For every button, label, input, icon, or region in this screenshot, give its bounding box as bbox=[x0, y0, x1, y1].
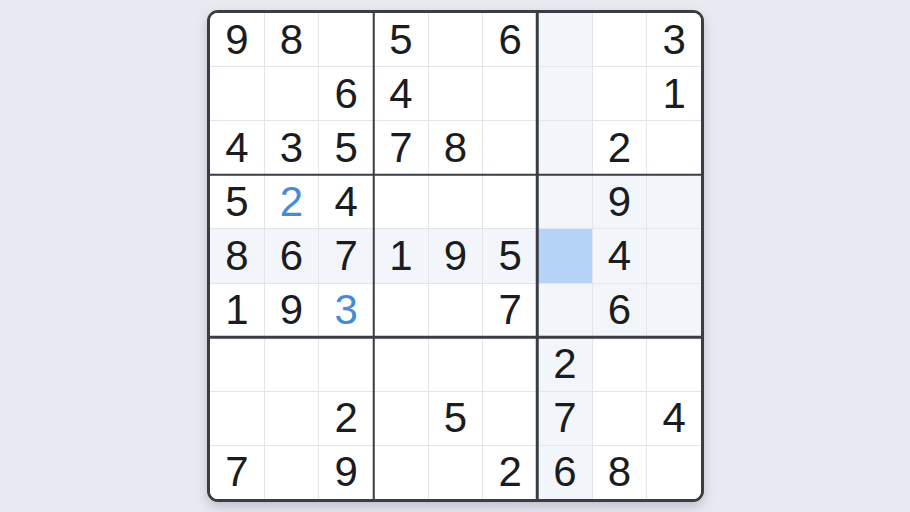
given-digit: 6 bbox=[553, 451, 576, 493]
cell-r2c3[interactable]: 6 bbox=[319, 67, 373, 120]
cell-r5c3[interactable]: 7 bbox=[319, 229, 373, 282]
given-digit: 2 bbox=[498, 451, 521, 493]
cell-r9c6[interactable]: 2 bbox=[483, 446, 537, 499]
given-digit: 9 bbox=[608, 181, 631, 223]
cell-r5c2[interactable]: 6 bbox=[265, 229, 319, 282]
cell-r9c1[interactable]: 7 bbox=[210, 446, 264, 499]
cell-r9c2[interactable] bbox=[265, 446, 319, 499]
box-divider-horizontal-1 bbox=[210, 174, 701, 177]
cell-r8c3[interactable]: 2 bbox=[319, 392, 373, 445]
given-digit: 8 bbox=[280, 19, 303, 61]
cell-r8c6[interactable] bbox=[483, 392, 537, 445]
cell-r9c5[interactable] bbox=[429, 446, 483, 499]
cell-r2c4[interactable]: 4 bbox=[374, 67, 428, 120]
cell-r7c7[interactable]: 2 bbox=[538, 338, 592, 391]
cell-r8c5[interactable]: 5 bbox=[429, 392, 483, 445]
given-digit: 4 bbox=[225, 127, 248, 169]
cell-r2c6[interactable] bbox=[483, 67, 537, 120]
cell-r3c7[interactable] bbox=[538, 121, 592, 174]
given-digit: 7 bbox=[553, 397, 576, 439]
cell-r4c2[interactable]: 2 bbox=[265, 175, 319, 228]
given-digit: 9 bbox=[334, 451, 357, 493]
sudoku-board: 9856364143578252498671954193762257479268 bbox=[207, 10, 704, 502]
cell-r6c8[interactable]: 6 bbox=[593, 284, 647, 337]
given-digit: 6 bbox=[334, 73, 357, 115]
given-digit: 1 bbox=[389, 235, 412, 277]
given-digit: 5 bbox=[389, 19, 412, 61]
box-divider-horizontal-2 bbox=[210, 336, 701, 339]
cell-r2c1[interactable] bbox=[210, 67, 264, 120]
sudoku-grid: 9856364143578252498671954193762257479268 bbox=[210, 13, 701, 499]
given-digit: 5 bbox=[334, 127, 357, 169]
given-digit: 7 bbox=[498, 289, 521, 331]
given-digit: 7 bbox=[225, 451, 248, 493]
cell-r4c1[interactable]: 5 bbox=[210, 175, 264, 228]
given-digit: 4 bbox=[334, 181, 357, 223]
cell-r2c5[interactable] bbox=[429, 67, 483, 120]
cell-r2c7[interactable] bbox=[538, 67, 592, 120]
cell-r3c1[interactable]: 4 bbox=[210, 121, 264, 174]
cell-r7c2[interactable] bbox=[265, 338, 319, 391]
cell-r3c3[interactable]: 5 bbox=[319, 121, 373, 174]
cell-r6c7[interactable] bbox=[538, 284, 592, 337]
cell-r9c9[interactable] bbox=[647, 446, 701, 499]
cell-r4c9[interactable] bbox=[647, 175, 701, 228]
cell-r9c8[interactable]: 8 bbox=[593, 446, 647, 499]
given-digit: 9 bbox=[280, 289, 303, 331]
given-digit: 5 bbox=[444, 397, 467, 439]
given-digit: 9 bbox=[444, 235, 467, 277]
cell-r7c5[interactable] bbox=[429, 338, 483, 391]
cell-r8c9[interactable]: 4 bbox=[647, 392, 701, 445]
given-digit: 9 bbox=[225, 19, 248, 61]
given-digit: 1 bbox=[662, 73, 685, 115]
cell-r6c6[interactable]: 7 bbox=[483, 284, 537, 337]
given-digit: 3 bbox=[280, 127, 303, 169]
cell-r4c5[interactable] bbox=[429, 175, 483, 228]
cell-r1c7[interactable] bbox=[538, 13, 592, 66]
given-digit: 6 bbox=[608, 289, 631, 331]
cell-r3c6[interactable] bbox=[483, 121, 537, 174]
given-digit: 6 bbox=[280, 235, 303, 277]
cell-r8c4[interactable] bbox=[374, 392, 428, 445]
cell-r1c3[interactable] bbox=[319, 13, 373, 66]
cell-r9c7[interactable]: 6 bbox=[538, 446, 592, 499]
given-digit: 2 bbox=[334, 397, 357, 439]
user-digit: 3 bbox=[334, 289, 357, 331]
cell-r8c7[interactable]: 7 bbox=[538, 392, 592, 445]
cell-r4c6[interactable] bbox=[483, 175, 537, 228]
given-digit: 7 bbox=[334, 235, 357, 277]
cell-r8c2[interactable] bbox=[265, 392, 319, 445]
cell-r2c8[interactable] bbox=[593, 67, 647, 120]
given-digit: 8 bbox=[608, 451, 631, 493]
cell-r6c5[interactable] bbox=[429, 284, 483, 337]
cell-r3c4[interactable]: 7 bbox=[374, 121, 428, 174]
cell-r6c2[interactable]: 9 bbox=[265, 284, 319, 337]
given-digit: 2 bbox=[608, 127, 631, 169]
cell-r7c6[interactable] bbox=[483, 338, 537, 391]
cell-r4c7[interactable] bbox=[538, 175, 592, 228]
cell-r6c9[interactable] bbox=[647, 284, 701, 337]
cell-r4c4[interactable] bbox=[374, 175, 428, 228]
given-digit: 7 bbox=[389, 127, 412, 169]
cell-r3c8[interactable]: 2 bbox=[593, 121, 647, 174]
cell-r1c9[interactable]: 3 bbox=[647, 13, 701, 66]
cell-r3c9[interactable] bbox=[647, 121, 701, 174]
given-digit: 2 bbox=[553, 343, 576, 385]
given-digit: 5 bbox=[225, 181, 248, 223]
cell-r2c9[interactable]: 1 bbox=[647, 67, 701, 120]
given-digit: 6 bbox=[498, 19, 521, 61]
given-digit: 4 bbox=[389, 73, 412, 115]
cell-r8c8[interactable] bbox=[593, 392, 647, 445]
cell-r5c4[interactable]: 1 bbox=[374, 229, 428, 282]
cell-r8c1[interactable] bbox=[210, 392, 264, 445]
given-digit: 1 bbox=[225, 289, 248, 331]
cell-r1c8[interactable] bbox=[593, 13, 647, 66]
given-digit: 3 bbox=[662, 19, 685, 61]
cell-r2c2[interactable] bbox=[265, 67, 319, 120]
cell-r9c3[interactable]: 9 bbox=[319, 446, 373, 499]
cell-r4c3[interactable]: 4 bbox=[319, 175, 373, 228]
cell-r7c4[interactable] bbox=[374, 338, 428, 391]
given-digit: 4 bbox=[608, 235, 631, 277]
cell-r9c4[interactable] bbox=[374, 446, 428, 499]
cell-r6c1[interactable]: 1 bbox=[210, 284, 264, 337]
cell-r1c5[interactable] bbox=[429, 13, 483, 66]
cell-r6c3[interactable]: 3 bbox=[319, 284, 373, 337]
cell-r1c1[interactable]: 9 bbox=[210, 13, 264, 66]
cell-r3c5[interactable]: 8 bbox=[429, 121, 483, 174]
box-divider-vertical-2 bbox=[536, 13, 539, 499]
cell-r5c1[interactable]: 8 bbox=[210, 229, 264, 282]
cell-r1c6[interactable]: 6 bbox=[483, 13, 537, 66]
cell-r7c3[interactable] bbox=[319, 338, 373, 391]
cell-r5c9[interactable] bbox=[647, 229, 701, 282]
cell-r1c4[interactable]: 5 bbox=[374, 13, 428, 66]
cell-r1c2[interactable]: 8 bbox=[265, 13, 319, 66]
cell-r4c8[interactable]: 9 bbox=[593, 175, 647, 228]
box-divider-vertical-1 bbox=[372, 13, 375, 499]
app-background: { "game": "sudoku", "board_size": "9x9",… bbox=[0, 0, 910, 512]
cell-r5c5[interactable]: 9 bbox=[429, 229, 483, 282]
given-digit: 4 bbox=[662, 397, 685, 439]
user-digit: 2 bbox=[280, 181, 303, 223]
cell-r6c4[interactable] bbox=[374, 284, 428, 337]
cell-r3c2[interactable]: 3 bbox=[265, 121, 319, 174]
cell-r5c8[interactable]: 4 bbox=[593, 229, 647, 282]
cell-r5c7[interactable] bbox=[538, 229, 592, 282]
given-digit: 5 bbox=[498, 235, 521, 277]
cell-r7c8[interactable] bbox=[593, 338, 647, 391]
given-digit: 8 bbox=[225, 235, 248, 277]
given-digit: 8 bbox=[444, 127, 467, 169]
cell-r7c9[interactable] bbox=[647, 338, 701, 391]
cell-r7c1[interactable] bbox=[210, 338, 264, 391]
cell-r5c6[interactable]: 5 bbox=[483, 229, 537, 282]
